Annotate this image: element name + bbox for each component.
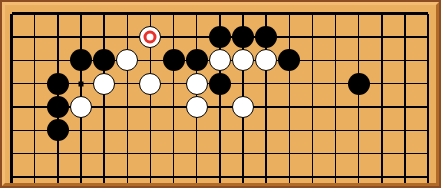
intersection-G12[interactable] [139, 165, 162, 188]
intersection-P19[interactable] [324, 2, 347, 25]
intersection-P17[interactable] [324, 49, 347, 72]
intersection-A14[interactable] [0, 119, 23, 142]
intersection-H13[interactable] [162, 142, 185, 165]
go-board-diagram: ○●●●●●○●●○○○●●○○○●●●○○○● [0, 0, 441, 188]
intersection-P13[interactable] [324, 142, 347, 165]
intersection-K16[interactable]: ● [208, 72, 231, 95]
intersection-A12[interactable] [0, 165, 23, 188]
intersection-R17[interactable] [370, 49, 393, 72]
intersection-L18[interactable]: ● [231, 25, 254, 48]
star-point-D16 [78, 81, 83, 86]
intersection-E19[interactable] [93, 2, 116, 25]
intersection-T17[interactable] [417, 49, 440, 72]
intersection-L14[interactable] [231, 119, 254, 142]
intersection-Q12[interactable] [347, 165, 370, 188]
intersection-Q14[interactable] [347, 119, 370, 142]
intersection-O15[interactable] [301, 95, 324, 118]
intersection-K18[interactable]: ● [208, 25, 231, 48]
intersection-E17[interactable]: ● [93, 49, 116, 72]
intersection-T12[interactable] [417, 165, 440, 188]
intersection-O18[interactable] [301, 25, 324, 48]
intersection-E15[interactable] [93, 95, 116, 118]
intersection-L13[interactable] [231, 142, 254, 165]
intersection-B17[interactable] [23, 49, 46, 72]
intersection-M16[interactable] [255, 72, 278, 95]
black-stone-K18: ● [209, 26, 231, 48]
white-stone-J16: ○ [186, 73, 208, 95]
intersection-A13[interactable] [0, 142, 23, 165]
intersection-S16[interactable] [393, 72, 416, 95]
intersection-P15[interactable] [324, 95, 347, 118]
intersection-J15[interactable]: ○ [185, 95, 208, 118]
intersection-O14[interactable] [301, 119, 324, 142]
intersection-K12[interactable] [208, 165, 231, 188]
intersection-K13[interactable] [208, 142, 231, 165]
intersection-A15[interactable] [0, 95, 23, 118]
intersection-C19[interactable] [46, 2, 69, 25]
intersection-F12[interactable] [116, 165, 139, 188]
intersection-R18[interactable] [370, 25, 393, 48]
intersection-C16[interactable]: ● [46, 72, 69, 95]
black-stone-J17: ● [186, 49, 208, 71]
black-stone-K16: ● [209, 73, 231, 95]
intersection-T18[interactable] [417, 25, 440, 48]
intersection-R13[interactable] [370, 142, 393, 165]
intersection-N13[interactable] [278, 142, 301, 165]
intersection-L16[interactable] [231, 72, 254, 95]
intersection-R16[interactable] [370, 72, 393, 95]
intersection-M19[interactable] [255, 2, 278, 25]
intersection-N16[interactable] [278, 72, 301, 95]
intersection-F14[interactable] [116, 119, 139, 142]
black-stone-E17: ● [93, 49, 115, 71]
intersection-G13[interactable] [139, 142, 162, 165]
intersection-B14[interactable] [23, 119, 46, 142]
intersection-G17[interactable] [139, 49, 162, 72]
white-stone-G16: ○ [139, 73, 161, 95]
white-stone-K17: ○ [209, 49, 231, 71]
intersection-H19[interactable] [162, 2, 185, 25]
circle-marker-G18 [144, 30, 157, 43]
intersection-D14[interactable] [69, 119, 92, 142]
intersection-B12[interactable] [23, 165, 46, 188]
intersection-F16[interactable] [116, 72, 139, 95]
black-stone-L18: ● [232, 26, 254, 48]
intersection-O12[interactable] [301, 165, 324, 188]
intersection-C12[interactable] [46, 165, 69, 188]
intersection-T13[interactable] [417, 142, 440, 165]
intersection-M13[interactable] [255, 142, 278, 165]
goban-grid: ○●●●●●○●●○○○●●○○○●●●○○○● [0, 2, 440, 188]
intersection-C17[interactable] [46, 49, 69, 72]
intersection-S18[interactable] [393, 25, 416, 48]
intersection-A16[interactable] [0, 72, 23, 95]
intersection-O17[interactable] [301, 49, 324, 72]
intersection-O19[interactable] [301, 2, 324, 25]
intersection-E14[interactable] [93, 119, 116, 142]
black-stone-C15: ● [47, 96, 69, 118]
intersection-O16[interactable] [301, 72, 324, 95]
intersection-D13[interactable] [69, 142, 92, 165]
intersection-T19[interactable] [417, 2, 440, 25]
intersection-H17[interactable]: ● [162, 49, 185, 72]
intersection-A18[interactable] [0, 25, 23, 48]
intersection-Q16[interactable]: ● [347, 72, 370, 95]
black-stone-C16: ● [47, 73, 69, 95]
intersection-B15[interactable] [23, 95, 46, 118]
intersection-C14[interactable]: ● [46, 119, 69, 142]
board-frame: ○●●●●●○●●○○○●●○○○●●●○○○● [0, 0, 441, 188]
intersection-K17[interactable]: ○ [208, 49, 231, 72]
intersection-B19[interactable] [23, 2, 46, 25]
intersection-J18[interactable] [185, 25, 208, 48]
black-stone-Q16: ● [348, 73, 370, 95]
intersection-F15[interactable] [116, 95, 139, 118]
intersection-B16[interactable] [23, 72, 46, 95]
intersection-K15[interactable] [208, 95, 231, 118]
intersection-L19[interactable] [231, 2, 254, 25]
intersection-M14[interactable] [255, 119, 278, 142]
intersection-G18[interactable]: ○ [139, 25, 162, 48]
intersection-D19[interactable] [69, 2, 92, 25]
black-stone-N17: ● [278, 49, 300, 71]
intersection-H14[interactable] [162, 119, 185, 142]
intersection-G19[interactable] [139, 2, 162, 25]
intersection-H12[interactable] [162, 165, 185, 188]
intersection-L15[interactable]: ○ [231, 95, 254, 118]
intersection-F19[interactable] [116, 2, 139, 25]
intersection-T15[interactable] [417, 95, 440, 118]
intersection-N18[interactable] [278, 25, 301, 48]
intersection-H18[interactable] [162, 25, 185, 48]
intersection-N15[interactable] [278, 95, 301, 118]
white-stone-M17: ○ [255, 49, 277, 71]
intersection-E13[interactable] [93, 142, 116, 165]
intersection-S13[interactable] [393, 142, 416, 165]
intersection-Q13[interactable] [347, 142, 370, 165]
black-stone-M18: ● [255, 26, 277, 48]
intersection-O13[interactable] [301, 142, 324, 165]
intersection-E16[interactable]: ○ [93, 72, 116, 95]
intersection-C13[interactable] [46, 142, 69, 165]
intersection-L12[interactable] [231, 165, 254, 188]
white-stone-L15: ○ [232, 96, 254, 118]
intersection-J14[interactable] [185, 119, 208, 142]
intersection-Q15[interactable] [347, 95, 370, 118]
intersection-P12[interactable] [324, 165, 347, 188]
intersection-R19[interactable] [370, 2, 393, 25]
intersection-R12[interactable] [370, 165, 393, 188]
intersection-R14[interactable] [370, 119, 393, 142]
intersection-S17[interactable] [393, 49, 416, 72]
intersection-J12[interactable] [185, 165, 208, 188]
black-stone-H17: ● [163, 49, 185, 71]
intersection-S15[interactable] [393, 95, 416, 118]
intersection-M15[interactable] [255, 95, 278, 118]
intersection-P16[interactable] [324, 72, 347, 95]
intersection-F13[interactable] [116, 142, 139, 165]
intersection-D17[interactable]: ● [69, 49, 92, 72]
intersection-N17[interactable]: ● [278, 49, 301, 72]
intersection-G15[interactable] [139, 95, 162, 118]
intersection-B18[interactable] [23, 25, 46, 48]
intersection-B13[interactable] [23, 142, 46, 165]
black-stone-D17: ● [70, 49, 92, 71]
intersection-S19[interactable] [393, 2, 416, 25]
intersection-G16[interactable]: ○ [139, 72, 162, 95]
intersection-F17[interactable]: ○ [116, 49, 139, 72]
intersection-A17[interactable] [0, 49, 23, 72]
intersection-N14[interactable] [278, 119, 301, 142]
intersection-M17[interactable]: ○ [255, 49, 278, 72]
intersection-F18[interactable] [116, 25, 139, 48]
intersection-P14[interactable] [324, 119, 347, 142]
intersection-S12[interactable] [393, 165, 416, 188]
intersection-D16[interactable] [69, 72, 92, 95]
white-stone-E16: ○ [93, 73, 115, 95]
intersection-H16[interactable] [162, 72, 185, 95]
intersection-C15[interactable]: ● [46, 95, 69, 118]
intersection-L17[interactable]: ○ [231, 49, 254, 72]
intersection-J17[interactable]: ● [185, 49, 208, 72]
white-stone-G18: ○ [139, 26, 161, 48]
intersection-R15[interactable] [370, 95, 393, 118]
white-stone-D15: ○ [70, 96, 92, 118]
intersection-E18[interactable] [93, 25, 116, 48]
intersection-S14[interactable] [393, 119, 416, 142]
intersection-G14[interactable] [139, 119, 162, 142]
intersection-J19[interactable] [185, 2, 208, 25]
intersection-Q19[interactable] [347, 2, 370, 25]
intersection-Q17[interactable] [347, 49, 370, 72]
intersection-D15[interactable]: ○ [69, 95, 92, 118]
intersection-D12[interactable] [69, 165, 92, 188]
intersection-M18[interactable]: ● [255, 25, 278, 48]
intersection-H15[interactable] [162, 95, 185, 118]
intersection-T14[interactable] [417, 119, 440, 142]
intersection-K19[interactable] [208, 2, 231, 25]
intersection-C18[interactable] [46, 25, 69, 48]
intersection-K14[interactable] [208, 119, 231, 142]
black-stone-C14: ● [47, 119, 69, 141]
intersection-N12[interactable] [278, 165, 301, 188]
white-stone-F17: ○ [116, 49, 138, 71]
intersection-M12[interactable] [255, 165, 278, 188]
intersection-J13[interactable] [185, 142, 208, 165]
intersection-N19[interactable] [278, 2, 301, 25]
intersection-D18[interactable] [69, 25, 92, 48]
white-stone-L17: ○ [232, 49, 254, 71]
white-stone-J15: ○ [186, 96, 208, 118]
intersection-T16[interactable] [417, 72, 440, 95]
intersection-J16[interactable]: ○ [185, 72, 208, 95]
intersection-A19[interactable] [0, 2, 23, 25]
intersection-P18[interactable] [324, 25, 347, 48]
intersection-E12[interactable] [93, 165, 116, 188]
intersection-Q18[interactable] [347, 25, 370, 48]
